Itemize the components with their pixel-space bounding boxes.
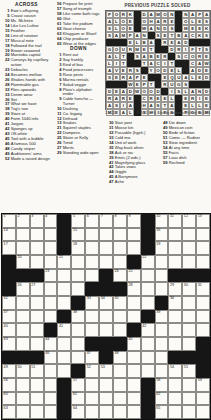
puzzle-cell[interactable] [196, 255, 210, 269]
solved-letter-cell: D [127, 88, 134, 95]
puzzle-cell[interactable] [99, 255, 113, 269]
solved-black-cell [120, 39, 127, 46]
puzzle-cell[interactable]: 13 [196, 214, 210, 228]
puzzle-cell[interactable] [44, 378, 58, 392]
puzzle-black-cell [127, 255, 141, 269]
puzzle-black-cell [57, 405, 71, 419]
puzzle-cell[interactable] [168, 323, 182, 337]
puzzle-cell[interactable] [155, 337, 169, 351]
cell-number: 3 [31, 215, 33, 219]
cell-number: 20 [17, 256, 21, 260]
puzzle-cell[interactable] [71, 282, 85, 296]
puzzle-cell[interactable] [113, 241, 127, 255]
cell-number: 37 [4, 311, 8, 315]
solved-letter-cell: O [113, 11, 120, 18]
puzzle-cell[interactable]: 34 [99, 296, 113, 310]
puzzle-black-cell [168, 269, 182, 283]
solved-black-cell [175, 18, 182, 25]
puzzle-cell[interactable]: 48 [113, 351, 127, 365]
puzzle-cell[interactable] [127, 241, 141, 255]
puzzle-cell[interactable] [182, 255, 196, 269]
puzzle-cell[interactable]: 49 [2, 364, 16, 378]
puzzle-cell[interactable] [16, 241, 30, 255]
puzzle-cell[interactable] [44, 282, 58, 296]
puzzle-cell[interactable] [57, 351, 71, 365]
puzzle-cell[interactable]: 42 [141, 323, 155, 337]
puzzle-cell[interactable] [16, 310, 30, 324]
cell-number: 44 [45, 338, 49, 342]
cell-number: 58 [156, 379, 160, 383]
puzzle-cell[interactable]: 27 [30, 282, 44, 296]
puzzle-cell[interactable] [71, 337, 85, 351]
solved-black-cell [134, 60, 141, 67]
solved-letter-cell: S [203, 18, 210, 25]
solved-letter-cell: H [148, 18, 155, 25]
puzzle-cell[interactable] [30, 337, 44, 351]
puzzle-cell[interactable]: 18 [71, 241, 85, 255]
solved-letter-cell: R [161, 81, 168, 88]
puzzle-black-cell [71, 364, 85, 378]
puzzle-cell[interactable]: 22 [141, 255, 155, 269]
puzzle-black-cell [141, 392, 155, 406]
puzzle-cell[interactable] [57, 337, 71, 351]
puzzle-cell[interactable]: 30 [182, 282, 196, 296]
puzzle-cell[interactable]: 21 [57, 255, 71, 269]
puzzle-cell[interactable]: 1 [2, 214, 16, 228]
solved-letter-cell: S [106, 32, 113, 39]
puzzle-cell[interactable] [57, 269, 71, 283]
cell-number: 34 [101, 297, 105, 301]
solved-letter-cell: A [120, 88, 127, 95]
puzzle-cell[interactable]: 64 [71, 405, 85, 419]
cell-number: 17 [4, 243, 8, 247]
solved-letter-cell: E [127, 39, 134, 46]
solved-letter-cell: P [134, 74, 141, 81]
puzzle-cell[interactable]: 37 [2, 310, 16, 324]
puzzle-cell[interactable]: 51 [30, 364, 44, 378]
puzzle-cell[interactable] [30, 310, 44, 324]
puzzle-cell[interactable]: 55 [182, 364, 196, 378]
puzzle-cell[interactable]: 38 [71, 310, 85, 324]
puzzle-cell[interactable] [85, 255, 99, 269]
puzzle-cell[interactable]: 43 [2, 337, 16, 351]
puzzle-cell[interactable]: 45 [127, 337, 141, 351]
puzzle-cell[interactable]: 33 [85, 296, 99, 310]
puzzle-cell[interactable] [113, 392, 127, 406]
solved-letter-cell: E [168, 18, 175, 25]
puzzle-cell[interactable] [71, 255, 85, 269]
solved-letter-cell: C [189, 60, 196, 67]
puzzle-cell[interactable] [141, 364, 155, 378]
puzzle-cell[interactable]: 17 [2, 241, 16, 255]
puzzle-cell[interactable] [30, 378, 44, 392]
puzzle-cell[interactable]: 6 [85, 214, 99, 228]
puzzle-cell[interactable] [99, 392, 113, 406]
puzzle-cell[interactable] [196, 296, 210, 310]
solved-letter-cell: H [141, 102, 148, 109]
puzzle-cell[interactable] [71, 323, 85, 337]
puzzle-cell[interactable] [168, 255, 182, 269]
puzzle-cell[interactable]: 4 [44, 214, 58, 228]
puzzle-cell[interactable] [113, 323, 127, 337]
puzzle-cell[interactable] [155, 282, 169, 296]
solved-black-cell [106, 39, 113, 46]
puzzle-cell[interactable] [16, 228, 30, 242]
solved-letter-cell: B [175, 32, 182, 39]
solved-letter-cell: E [182, 95, 189, 102]
puzzle-cell[interactable] [57, 296, 71, 310]
puzzle-cell[interactable] [127, 351, 141, 365]
solved-letter-cell: L [168, 95, 175, 102]
solved-letter-cell: E [155, 53, 162, 60]
solved-letter-cell: T [141, 60, 148, 67]
solved-letter-cell: A [203, 11, 210, 18]
cell-number: 57 [73, 379, 77, 383]
puzzle-cell[interactable]: 25 [127, 269, 141, 283]
puzzle-cell[interactable] [44, 255, 58, 269]
puzzle-cell[interactable] [182, 296, 196, 310]
puzzle-cell[interactable] [196, 392, 210, 406]
solved-letter-cell: N [182, 11, 189, 18]
puzzle-cell[interactable] [168, 241, 182, 255]
solved-letter-cell: W [203, 60, 210, 67]
puzzle-cell[interactable] [196, 323, 210, 337]
puzzle-cell[interactable]: 26 [16, 282, 30, 296]
puzzle-cell[interactable] [44, 296, 58, 310]
puzzle-cell[interactable] [196, 310, 210, 324]
puzzle-cell[interactable]: 54 [168, 364, 182, 378]
puzzle-cell[interactable]: 40 [2, 323, 16, 337]
puzzle-cell[interactable] [85, 323, 99, 337]
puzzle-cell[interactable] [127, 392, 141, 406]
puzzle-cell[interactable]: 12 [182, 214, 196, 228]
puzzle-cell[interactable] [30, 405, 44, 419]
puzzle-cell[interactable]: 11 [168, 214, 182, 228]
puzzle-cell[interactable] [30, 255, 44, 269]
puzzle-cell[interactable]: 56 [2, 378, 16, 392]
cell-number: 21 [59, 256, 63, 260]
puzzle-cell[interactable] [155, 351, 169, 365]
puzzle-cell[interactable] [71, 269, 85, 283]
puzzle-black-cell [155, 296, 169, 310]
puzzle-cell[interactable] [127, 405, 141, 419]
cell-number: 60 [4, 393, 8, 397]
solved-letter-cell: D [168, 46, 175, 53]
cell-number: 24 [115, 270, 119, 274]
solved-letter-cell: Y [148, 67, 155, 74]
solved-black-cell [155, 74, 162, 81]
puzzle-cell[interactable]: 15 [71, 228, 85, 242]
puzzle-cell[interactable] [168, 337, 182, 351]
puzzle-cell[interactable]: 41 [57, 323, 71, 337]
puzzle-cell[interactable] [155, 269, 169, 283]
puzzle-cell[interactable]: 46 [44, 351, 58, 365]
clue-number: 52 [2, 157, 11, 162]
puzzle-cell[interactable] [182, 405, 196, 419]
solved-letter-cell: D [106, 88, 113, 95]
solved-letter-cell: R [120, 11, 127, 18]
puzzle-cell[interactable]: 35 [113, 296, 127, 310]
puzzle-cell[interactable] [16, 392, 30, 406]
puzzle-cell[interactable] [127, 310, 141, 324]
puzzle-cell[interactable] [113, 228, 127, 242]
puzzle-cell[interactable] [113, 378, 127, 392]
puzzle-cell[interactable]: 31 [196, 282, 210, 296]
puzzle-cell[interactable] [127, 296, 141, 310]
solved-letter-cell: D [196, 67, 203, 74]
puzzle-cell[interactable] [113, 255, 127, 269]
puzzle-cell[interactable] [155, 323, 169, 337]
solved-black-cell [168, 53, 175, 60]
puzzle-cell[interactable]: 29 [168, 282, 182, 296]
solved-letter-cell: S [175, 88, 182, 95]
puzzle-cell[interactable] [85, 405, 99, 419]
puzzle-cell[interactable] [44, 310, 58, 324]
solved-letter-cell: S [134, 53, 141, 60]
puzzle-cell[interactable] [168, 228, 182, 242]
puzzle-cell[interactable] [99, 241, 113, 255]
puzzle-cell[interactable]: 57 [71, 378, 85, 392]
cell-number: 64 [73, 407, 77, 411]
down-clue-list-2: 30Stair post31Moose kin32Passable (hyph.… [106, 121, 156, 185]
puzzle-black-cell [196, 337, 210, 351]
puzzle-cell[interactable] [127, 364, 141, 378]
puzzle-cell[interactable] [16, 337, 30, 351]
down-clue: 9Cable honcho — Turner [54, 97, 103, 106]
puzzle-cell[interactable]: 50 [16, 364, 30, 378]
puzzle-cell[interactable]: 32 [2, 296, 16, 310]
solved-letter-cell: L [196, 102, 203, 109]
cell-number: 46 [45, 352, 49, 356]
solved-letter-cell: N [168, 11, 175, 18]
puzzle-cell[interactable]: 61 [71, 392, 85, 406]
across-clue-list-2: 56Prepare for print57Song of triumph58Li… [54, 2, 103, 46]
puzzle-cell[interactable]: 63 [2, 405, 16, 419]
puzzle-cell[interactable] [30, 228, 44, 242]
puzzle-cell[interactable] [182, 378, 196, 392]
puzzle-cell[interactable]: 58 [155, 378, 169, 392]
solved-letter-cell: R [196, 53, 203, 60]
puzzle-cell[interactable] [85, 269, 99, 283]
cell-number: 52 [87, 366, 91, 370]
clue-text: Reclined [169, 161, 209, 166]
puzzle-cell[interactable] [182, 323, 196, 337]
puzzle-cell[interactable]: 14 [2, 228, 16, 242]
puzzle-black-cell [127, 323, 141, 337]
puzzle-cell[interactable] [16, 378, 30, 392]
puzzle-cell[interactable] [57, 282, 71, 296]
puzzle-cell[interactable] [182, 228, 196, 242]
solved-letter-cell: A [113, 32, 120, 39]
puzzle-cell[interactable]: 28 [127, 282, 141, 296]
puzzle-cell[interactable] [85, 392, 99, 406]
puzzle-cell[interactable] [16, 296, 30, 310]
puzzle-cell[interactable] [85, 378, 99, 392]
puzzle-cell[interactable] [44, 392, 58, 406]
solved-letter-cell: P [106, 11, 113, 18]
puzzle-cell[interactable] [99, 378, 113, 392]
solved-letter-cell: N [141, 32, 148, 39]
puzzle-cell[interactable] [71, 351, 85, 365]
puzzle-cell[interactable]: 39 [155, 310, 169, 324]
puzzle-cell[interactable] [141, 269, 155, 283]
solved-letter-cell: A [189, 88, 196, 95]
puzzle-cell[interactable] [196, 405, 210, 419]
puzzle-cell[interactable] [182, 337, 196, 351]
clue-text: Made a raised design [11, 157, 51, 162]
puzzle-cell[interactable] [44, 241, 58, 255]
puzzle-cell[interactable] [196, 241, 210, 255]
puzzle-cell[interactable] [57, 364, 71, 378]
puzzle-cell[interactable]: 62 [155, 392, 169, 406]
cell-number: 27 [31, 284, 35, 288]
puzzle-cell[interactable] [99, 310, 113, 324]
puzzle-cell[interactable]: 7 [99, 214, 113, 228]
puzzle-cell[interactable] [30, 392, 44, 406]
puzzle-cell[interactable]: 59 [196, 378, 210, 392]
puzzle-cell[interactable]: 23 [44, 269, 58, 283]
puzzle-cell[interactable] [99, 405, 113, 419]
puzzle-cell[interactable]: 24 [113, 269, 127, 283]
solved-black-cell [134, 25, 141, 32]
puzzle-cell[interactable]: 36 [168, 296, 182, 310]
puzzle-cell[interactable] [168, 392, 182, 406]
solved-letter-cell: A [127, 102, 134, 109]
puzzle-cell[interactable] [99, 323, 113, 337]
solved-letter-cell: R [148, 95, 155, 102]
puzzle-cell[interactable]: 44 [44, 337, 58, 351]
puzzle-cell[interactable] [127, 378, 141, 392]
puzzle-cell[interactable] [168, 378, 182, 392]
solved-letter-cell: R [120, 74, 127, 81]
cell-number: 42 [142, 325, 146, 329]
cell-number: 10 [156, 215, 160, 219]
solved-letter-cell: A [148, 11, 155, 18]
puzzle-cell[interactable] [127, 228, 141, 242]
solved-black-cell [155, 39, 162, 46]
puzzle-cell[interactable]: 9 [127, 214, 141, 228]
puzzle-black-cell [2, 255, 16, 269]
puzzle-cell[interactable]: 3 [30, 214, 44, 228]
puzzle-cell[interactable] [85, 241, 99, 255]
cell-number: 65 [156, 407, 160, 411]
puzzle-black-cell [99, 337, 113, 351]
cell-number: 1 [4, 215, 6, 219]
solved-letter-cell: L [113, 53, 120, 60]
across-clue-column: ACROSS 1Ewe's offspring5Cravat cousin10M… [2, 2, 51, 162]
solved-letter-cell: K [196, 32, 203, 39]
puzzle-cell[interactable] [16, 405, 30, 419]
puzzle-black-cell [141, 241, 155, 255]
puzzle-cell[interactable] [99, 228, 113, 242]
cell-number: 25 [128, 270, 132, 274]
puzzle-cell[interactable]: 10 [155, 214, 169, 228]
puzzle-cell[interactable] [85, 310, 99, 324]
puzzle-cell[interactable] [113, 310, 127, 324]
solved-letter-cell: P [127, 32, 134, 39]
cell-number: 11 [170, 215, 174, 219]
puzzle-cell[interactable] [182, 241, 196, 255]
solved-letter-cell: M [134, 46, 141, 53]
puzzle-cell[interactable]: 47 [85, 351, 99, 365]
solved-black-cell [196, 39, 203, 46]
puzzle-cell[interactable]: 60 [2, 392, 16, 406]
solved-letter-cell: R [106, 95, 113, 102]
puzzle-cell[interactable]: 52 [85, 364, 99, 378]
solved-letter-cell: M [155, 11, 162, 18]
cell-number: 2 [17, 215, 19, 219]
down-header: DOWN [54, 47, 103, 52]
puzzle-cell[interactable] [85, 228, 99, 242]
cell-number: 36 [170, 297, 174, 301]
puzzle-date: 2-5-21 [105, 111, 115, 115]
solved-black-cell [175, 102, 182, 109]
puzzle-cell[interactable] [141, 337, 155, 351]
puzzle-cell[interactable] [16, 323, 30, 337]
puzzle-cell[interactable] [44, 228, 58, 242]
puzzle-cell[interactable] [141, 296, 155, 310]
puzzle-cell[interactable]: 8 [113, 214, 127, 228]
puzzle-cell[interactable] [141, 351, 155, 365]
puzzle-cell[interactable]: 53 [99, 364, 113, 378]
cell-number: 31 [198, 284, 202, 288]
solved-black-cell [106, 81, 113, 88]
puzzle-cell[interactable] [30, 296, 44, 310]
solved-letter-cell: R [127, 67, 134, 74]
puzzle-cell[interactable] [30, 241, 44, 255]
puzzle-cell[interactable]: 65 [155, 405, 169, 419]
puzzle-cell[interactable]: 16 [155, 228, 169, 242]
puzzle-cell[interactable] [155, 364, 169, 378]
byline: 2-5-21 © 2021 UFS, Dist. by Andrews McMe… [105, 111, 210, 115]
puzzle-cell[interactable] [182, 310, 196, 324]
puzzle-cell[interactable]: 5 [71, 214, 85, 228]
puzzle-cell[interactable] [44, 364, 58, 378]
solved-letter-cell: E [127, 95, 134, 102]
solved-letter-cell: T [168, 32, 175, 39]
solved-letter-cell: E [196, 25, 203, 32]
puzzle-cell[interactable] [155, 255, 169, 269]
puzzle-cell[interactable]: 20 [16, 255, 30, 269]
puzzle-cell[interactable] [44, 405, 58, 419]
puzzle-cell[interactable]: 2 [16, 214, 30, 228]
puzzle-cell[interactable] [113, 364, 127, 378]
puzzle-cell[interactable] [30, 323, 44, 337]
solved-letter-cell: T [161, 102, 168, 109]
puzzle-cell[interactable] [113, 405, 127, 419]
puzzle-cell[interactable] [196, 228, 210, 242]
solved-letter-cell: O [189, 53, 196, 60]
solved-letter-cell: A [127, 74, 134, 81]
puzzle-cell[interactable]: 19 [155, 241, 169, 255]
solved-black-cell [148, 32, 155, 39]
puzzle-black-cell [85, 337, 99, 351]
solved-letter-cell: W [134, 88, 141, 95]
puzzle-cell[interactable] [182, 392, 196, 406]
solved-letter-cell: R [127, 46, 134, 53]
solved-letter-cell: S [155, 102, 162, 109]
cell-number: 13 [198, 215, 202, 219]
puzzle-cell[interactable] [141, 282, 155, 296]
cell-number: 41 [59, 325, 63, 329]
puzzle-cell[interactable] [168, 310, 182, 324]
solved-letter-cell: S [203, 46, 210, 53]
solved-black-cell [141, 67, 148, 74]
cell-number: 23 [45, 270, 49, 274]
solved-letter-cell: S [134, 67, 141, 74]
solved-letter-cell: W [141, 25, 148, 32]
puzzle-cell[interactable] [168, 405, 182, 419]
